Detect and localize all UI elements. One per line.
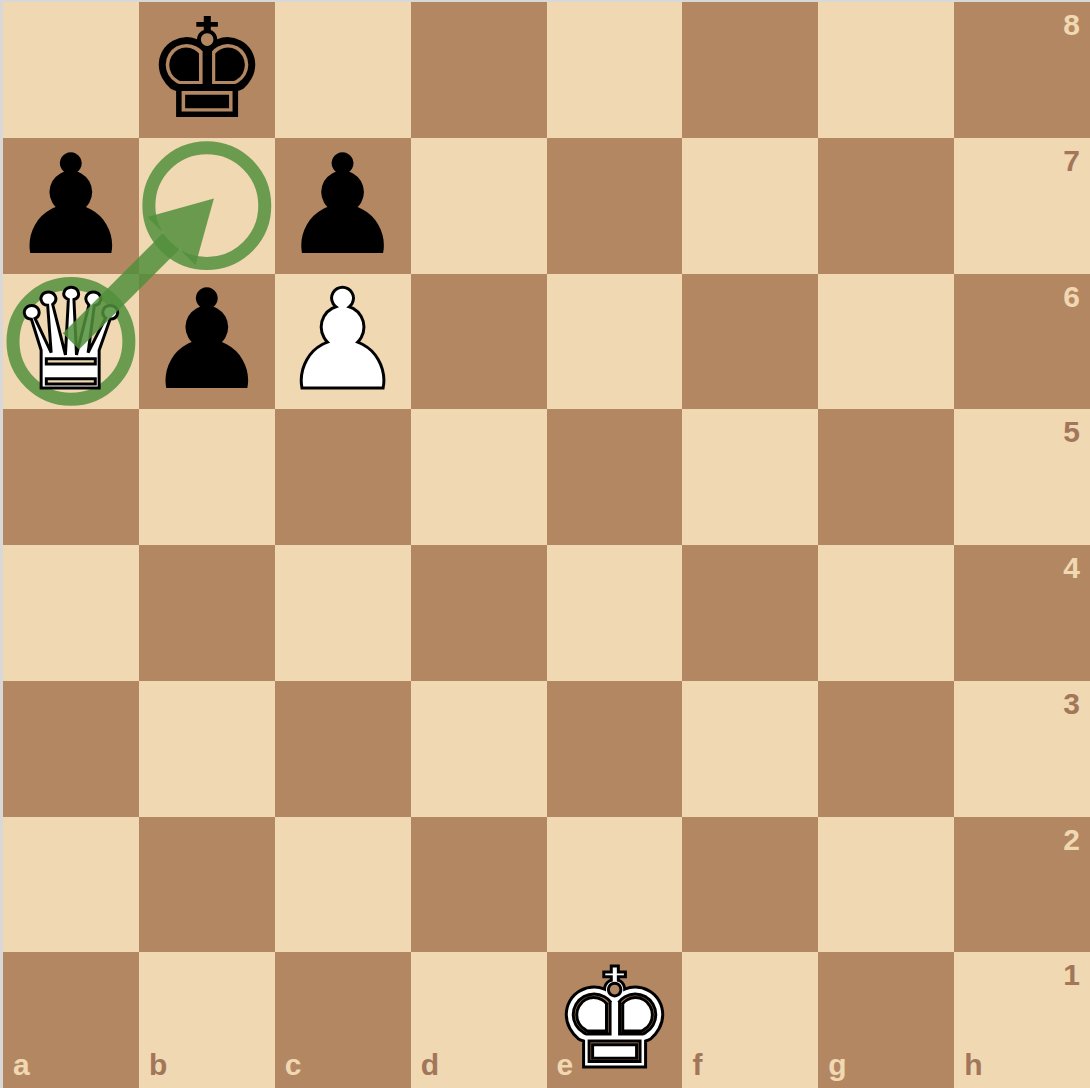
square-d5[interactable] xyxy=(411,409,547,545)
square-g8[interactable] xyxy=(818,2,954,138)
square-h5[interactable]: 5 xyxy=(954,409,1090,545)
file-label-f: f xyxy=(692,1048,702,1082)
square-a1[interactable]: a xyxy=(3,952,139,1088)
square-g4[interactable] xyxy=(818,545,954,681)
piece-wK-e1[interactable]: ♚ xyxy=(547,952,683,1088)
square-d4[interactable] xyxy=(411,545,547,681)
square-b1[interactable]: b xyxy=(139,952,275,1088)
square-b6[interactable]: ♟ xyxy=(139,274,275,410)
square-a6[interactable]: ♛ xyxy=(3,274,139,410)
square-g2[interactable] xyxy=(818,817,954,953)
square-d2[interactable] xyxy=(411,817,547,953)
square-f3[interactable] xyxy=(682,681,818,817)
square-e2[interactable] xyxy=(547,817,683,953)
page-background: ♚8♟♟7♛♟♟65432abcde♚fgh1 xyxy=(0,0,1090,1088)
rank-label-1: 1 xyxy=(1063,958,1080,992)
square-a2[interactable] xyxy=(3,817,139,953)
square-b7[interactable] xyxy=(139,138,275,274)
square-e8[interactable] xyxy=(547,2,683,138)
square-d7[interactable] xyxy=(411,138,547,274)
rank-label-8: 8 xyxy=(1063,8,1080,42)
square-a4[interactable] xyxy=(3,545,139,681)
square-e5[interactable] xyxy=(547,409,683,545)
square-g3[interactable] xyxy=(818,681,954,817)
square-c1[interactable]: c xyxy=(275,952,411,1088)
piece-wP-c6[interactable]: ♟ xyxy=(275,274,411,410)
square-a7[interactable]: ♟ xyxy=(3,138,139,274)
square-a8[interactable] xyxy=(3,2,139,138)
square-c3[interactable] xyxy=(275,681,411,817)
square-h7[interactable]: 7 xyxy=(954,138,1090,274)
square-g6[interactable] xyxy=(818,274,954,410)
piece-bP-a7[interactable]: ♟ xyxy=(3,138,139,274)
square-g1[interactable]: g xyxy=(818,952,954,1088)
square-f6[interactable] xyxy=(682,274,818,410)
square-f5[interactable] xyxy=(682,409,818,545)
file-label-c: c xyxy=(285,1048,302,1082)
piece-wQ-a6[interactable]: ♛ xyxy=(3,274,139,410)
square-d8[interactable] xyxy=(411,2,547,138)
rank-label-4: 4 xyxy=(1063,551,1080,585)
square-b2[interactable] xyxy=(139,817,275,953)
piece-bK-b8[interactable]: ♚ xyxy=(139,2,275,138)
file-label-h: h xyxy=(964,1048,982,1082)
square-h4[interactable]: 4 xyxy=(954,545,1090,681)
file-label-d: d xyxy=(421,1048,439,1082)
square-f7[interactable] xyxy=(682,138,818,274)
square-h1[interactable]: h1 xyxy=(954,952,1090,1088)
square-c2[interactable] xyxy=(275,817,411,953)
square-f1[interactable]: f xyxy=(682,952,818,1088)
square-e1[interactable]: e♚ xyxy=(547,952,683,1088)
square-g7[interactable] xyxy=(818,138,954,274)
square-f8[interactable] xyxy=(682,2,818,138)
square-b5[interactable] xyxy=(139,409,275,545)
file-label-a: a xyxy=(13,1048,30,1082)
square-e6[interactable] xyxy=(547,274,683,410)
rank-label-5: 5 xyxy=(1063,415,1080,449)
square-e4[interactable] xyxy=(547,545,683,681)
square-e3[interactable] xyxy=(547,681,683,817)
square-c8[interactable] xyxy=(275,2,411,138)
square-f4[interactable] xyxy=(682,545,818,681)
square-e7[interactable] xyxy=(547,138,683,274)
rank-label-2: 2 xyxy=(1063,823,1080,857)
square-c4[interactable] xyxy=(275,545,411,681)
rank-label-6: 6 xyxy=(1063,280,1080,314)
file-label-b: b xyxy=(149,1048,167,1082)
square-a5[interactable] xyxy=(3,409,139,545)
square-c5[interactable] xyxy=(275,409,411,545)
piece-bP-b6[interactable]: ♟ xyxy=(139,274,275,410)
square-d1[interactable]: d xyxy=(411,952,547,1088)
square-h8[interactable]: 8 xyxy=(954,2,1090,138)
piece-bP-c7[interactable]: ♟ xyxy=(275,138,411,274)
rank-label-3: 3 xyxy=(1063,687,1080,721)
square-a3[interactable] xyxy=(3,681,139,817)
rank-label-7: 7 xyxy=(1063,144,1080,178)
square-g5[interactable] xyxy=(818,409,954,545)
square-c7[interactable]: ♟ xyxy=(275,138,411,274)
square-b8[interactable]: ♚ xyxy=(139,2,275,138)
square-h3[interactable]: 3 xyxy=(954,681,1090,817)
file-label-g: g xyxy=(828,1048,846,1082)
square-d3[interactable] xyxy=(411,681,547,817)
square-h2[interactable]: 2 xyxy=(954,817,1090,953)
square-h6[interactable]: 6 xyxy=(954,274,1090,410)
square-f2[interactable] xyxy=(682,817,818,953)
square-b3[interactable] xyxy=(139,681,275,817)
chess-board: ♚8♟♟7♛♟♟65432abcde♚fgh1 xyxy=(3,2,1090,1088)
square-d6[interactable] xyxy=(411,274,547,410)
square-c6[interactable]: ♟ xyxy=(275,274,411,410)
square-b4[interactable] xyxy=(139,545,275,681)
